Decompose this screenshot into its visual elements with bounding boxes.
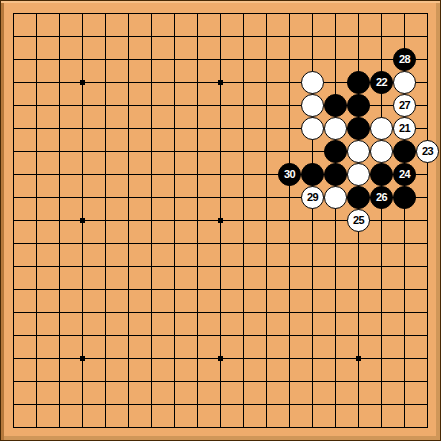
hoshi-point [218, 356, 223, 361]
numbered-stone-27-white: 27 [393, 94, 416, 117]
stone-white [393, 71, 416, 94]
stone-black [347, 71, 370, 94]
numbered-stone-28-black: 28 [393, 48, 416, 71]
numbered-stone-21-white: 21 [393, 117, 416, 140]
stone-black [370, 163, 393, 186]
stone-white [370, 140, 393, 163]
stone-white [347, 140, 370, 163]
hoshi-point [80, 356, 85, 361]
stone-black [347, 117, 370, 140]
hoshi-point [80, 80, 85, 85]
stone-white [347, 163, 370, 186]
stone-black [301, 163, 324, 186]
numbered-stone-26-black: 26 [370, 186, 393, 209]
hoshi-point [218, 218, 223, 223]
numbered-stone-29-white: 29 [301, 186, 324, 209]
go-diagram: 28222721233024292625 [0, 0, 441, 441]
numbered-stone-30-black: 30 [278, 163, 301, 186]
hoshi-point [356, 356, 361, 361]
stone-white [324, 117, 347, 140]
numbered-stone-25-white: 25 [347, 209, 370, 232]
numbered-stone-22-black: 22 [370, 71, 393, 94]
stone-white [301, 94, 324, 117]
stone-black [347, 94, 370, 117]
stone-white [370, 117, 393, 140]
board-grid: 28222721233024292625 [13, 13, 428, 428]
stone-black [324, 140, 347, 163]
stone-white [324, 186, 347, 209]
stone-black [324, 163, 347, 186]
stone-black [393, 140, 416, 163]
stone-black [324, 94, 347, 117]
stone-white [301, 71, 324, 94]
stone-black [393, 186, 416, 209]
numbered-stone-24-black: 24 [393, 163, 416, 186]
hoshi-point [218, 80, 223, 85]
numbered-stone-23-white: 23 [416, 140, 439, 163]
go-board: 28222721233024292625 [0, 0, 441, 441]
stone-black [347, 186, 370, 209]
stone-white [301, 117, 324, 140]
hoshi-point [80, 218, 85, 223]
